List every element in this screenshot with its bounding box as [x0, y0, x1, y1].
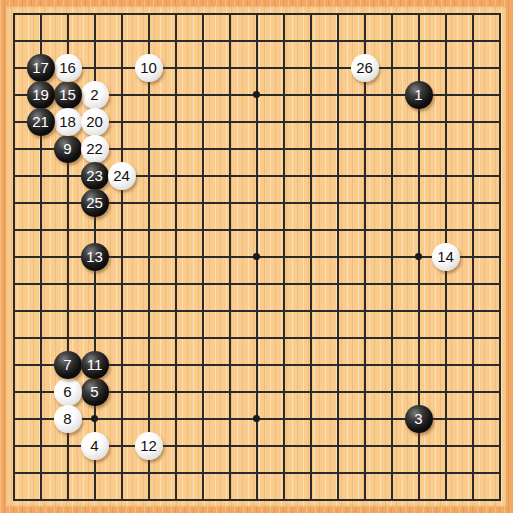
stone-move-number: 12: [140, 438, 157, 453]
stone-move-number: 16: [59, 60, 76, 75]
stone-white-4[interactable]: 4: [81, 432, 109, 460]
stone-move-number: 4: [90, 438, 98, 453]
stone-white-26[interactable]: 26: [351, 54, 379, 82]
stone-black-15[interactable]: 15: [54, 81, 82, 109]
stone-move-number: 1: [414, 87, 422, 102]
stone-white-24[interactable]: 24: [108, 162, 136, 190]
stone-move-number: 19: [32, 87, 49, 102]
stone-move-number: 21: [32, 114, 49, 129]
grid-line-horizontal: [13, 283, 501, 285]
stone-white-16[interactable]: 16: [54, 54, 82, 82]
stone-move-number: 11: [87, 357, 103, 372]
stone-white-14[interactable]: 14: [432, 243, 460, 271]
star-point: [415, 253, 422, 260]
stone-black-23[interactable]: 23: [81, 162, 109, 190]
stone-move-number: 9: [63, 141, 71, 156]
grid-line-vertical: [472, 13, 474, 501]
stone-move-number: 25: [86, 195, 103, 210]
star-point: [253, 253, 260, 260]
stone-move-number: 22: [86, 141, 103, 156]
stone-move-number: 18: [59, 114, 76, 129]
stone-black-7[interactable]: 7: [54, 351, 82, 379]
stone-move-number: 23: [86, 168, 103, 183]
stone-black-25[interactable]: 25: [81, 189, 109, 217]
grid-line-vertical: [499, 13, 501, 501]
stone-move-number: 2: [90, 87, 98, 102]
stone-move-number: 17: [32, 60, 49, 75]
stone-white-22[interactable]: 22: [81, 135, 109, 163]
stone-white-2[interactable]: 2: [81, 81, 109, 109]
stone-black-5[interactable]: 5: [81, 378, 109, 406]
grid-line-horizontal: [13, 337, 501, 339]
grid-line-horizontal: [13, 310, 501, 312]
stone-black-11[interactable]: 11: [81, 351, 109, 379]
board-frame: 1234567891011121314151617181920212223242…: [0, 0, 513, 513]
star-point: [253, 91, 260, 98]
stone-white-6[interactable]: 6: [54, 378, 82, 406]
stone-white-18[interactable]: 18: [54, 108, 82, 136]
stone-black-9[interactable]: 9: [54, 135, 82, 163]
stone-white-10[interactable]: 10: [135, 54, 163, 82]
stone-move-number: 6: [63, 384, 71, 399]
stone-black-13[interactable]: 13: [81, 243, 109, 271]
stone-white-20[interactable]: 20: [81, 108, 109, 136]
stone-move-number: 5: [90, 384, 98, 399]
grid-line-vertical: [283, 13, 285, 501]
stone-white-8[interactable]: 8: [54, 405, 82, 433]
grid-line-vertical: [364, 13, 366, 501]
stone-move-number: 13: [86, 249, 103, 264]
grid-layer: 1234567891011121314151617181920212223242…: [0, 0, 513, 513]
grid-line-vertical: [310, 13, 312, 501]
stone-move-number: 26: [356, 60, 373, 75]
stone-black-19[interactable]: 19: [27, 81, 55, 109]
stone-move-number: 3: [414, 411, 422, 426]
stone-move-number: 7: [63, 357, 71, 372]
stone-black-17[interactable]: 17: [27, 54, 55, 82]
star-point: [91, 415, 98, 422]
grid-line-horizontal: [13, 499, 501, 501]
star-point: [253, 415, 260, 422]
stone-black-1[interactable]: 1: [405, 81, 433, 109]
stone-move-number: 14: [437, 249, 454, 264]
stone-move-number: 15: [59, 87, 76, 102]
grid-line-horizontal: [13, 472, 501, 474]
stone-move-number: 8: [63, 411, 71, 426]
stone-white-12[interactable]: 12: [135, 432, 163, 460]
stone-move-number: 24: [113, 168, 130, 183]
grid-line-vertical: [337, 13, 339, 501]
grid-line-vertical: [391, 13, 393, 501]
stone-black-21[interactable]: 21: [27, 108, 55, 136]
stone-black-3[interactable]: 3: [405, 405, 433, 433]
stone-move-number: 10: [140, 60, 157, 75]
stone-move-number: 20: [86, 114, 103, 129]
